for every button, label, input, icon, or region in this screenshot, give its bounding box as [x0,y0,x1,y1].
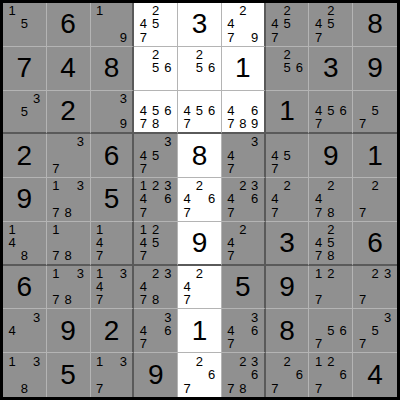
candidate-9 [381,337,394,350]
candidate-3 [206,267,218,280]
cell-r6c7[interactable]: 3 [266,222,310,266]
candidate-9 [206,117,218,130]
candidates: 12457 [137,223,174,262]
candidate-9 [162,206,174,219]
cell-value: 2 [60,97,76,125]
cell-r1c6[interactable]: 2479 [222,3,266,47]
candidate-6 [337,236,349,249]
candidate-9 [31,118,43,131]
candidate-5: 5 [281,61,293,74]
candidates: 4567 [181,92,218,131]
candidate-1: 1 [94,267,106,280]
candidate-7 [269,74,281,87]
candidate-8: 8 [150,293,162,306]
cell-r8c5[interactable]: 1 [178,309,222,353]
candidate-1: 1 [6,4,18,17]
cell-r3c2[interactable]: 2 [47,91,91,135]
cell-r8c1[interactable]: 34 [3,309,47,353]
candidate-5 [18,324,30,337]
candidates: 256 [181,48,218,88]
cell-r1c3[interactable]: 19 [91,3,135,47]
candidate-5 [237,368,249,382]
candidate-9 [381,293,394,306]
cell-r3c8[interactable]: 4567 [309,91,353,135]
candidate-8 [369,117,382,130]
candidate-2 [62,223,74,236]
candidate-5 [62,280,74,293]
candidate-7: 7 [137,337,149,350]
cell-r5c8[interactable]: 2478 [309,178,353,222]
candidate-1 [50,135,62,148]
candidate-7: 7 [181,206,193,219]
candidate-5 [18,236,30,249]
cell-value: 2 [17,142,33,170]
candidate-2: 2 [237,223,249,236]
candidate-9 [162,74,174,87]
candidate-5: 5 [281,17,293,30]
cell-r7c9[interactable]: 237 [353,266,397,310]
candidate-1 [356,267,369,280]
candidate-4 [356,280,369,293]
cell-r7c1[interactable]: 6 [3,266,47,310]
candidate-4: 4 [181,280,193,293]
candidate-2 [237,92,249,105]
candidate-2: 2 [281,48,293,61]
cell-r9c4[interactable]: 9 [134,353,178,397]
candidate-1 [6,92,18,105]
cell-r6c2[interactable]: 178 [47,222,91,266]
candidate-9 [249,206,261,219]
cell-r7c4[interactable]: 23478 [134,266,178,310]
candidate-9 [249,249,261,262]
candidate-2 [62,179,74,192]
candidates: 23678 [225,354,261,395]
candidates: 3457 [137,135,174,175]
candidate-1 [181,267,193,280]
candidates: 3467 [137,310,174,350]
candidates: 457 [269,135,306,175]
candidate-7: 7 [225,162,237,175]
candidate-2: 2 [193,267,205,280]
candidate-9 [293,381,305,395]
cell-r6c1[interactable]: 148 [3,222,47,266]
candidate-3: 3 [381,267,394,280]
cell-r8c3[interactable]: 2 [91,309,135,353]
candidate-9: 9 [249,31,261,44]
candidate-7: 7 [94,293,106,306]
candidate-6 [117,280,129,293]
candidate-1 [269,135,281,148]
candidate-1: 1 [137,223,149,236]
candidate-8: 8 [325,249,337,262]
candidate-1: 1 [50,267,62,280]
cell-r4c8[interactable]: 9 [309,134,353,178]
cell-r1c5[interactable]: 3 [178,3,222,47]
candidate-2: 2 [150,223,162,236]
candidate-8 [369,293,382,306]
candidate-2: 2 [193,354,205,368]
candidate-4: 4 [312,192,324,205]
cell-r6c9[interactable]: 6 [353,222,397,266]
candidate-5 [62,149,74,162]
cell-r5c9[interactable]: 27 [353,178,397,222]
cell-r4c4[interactable]: 3457 [134,134,178,178]
candidate-4: 4 [137,280,149,293]
cell-r4c7[interactable]: 457 [266,134,310,178]
cell-r7c6[interactable]: 5 [222,266,266,310]
cell-r5c7[interactable]: 247 [266,178,310,222]
candidate-9 [162,293,174,306]
candidates: 267 [181,354,218,395]
candidate-7: 7 [356,337,369,350]
cell-r4c2[interactable]: 37 [47,134,91,178]
cell-r3c1[interactable]: 35 [3,91,47,135]
candidate-2: 2 [150,48,162,61]
cell-r5c1[interactable]: 9 [3,178,47,222]
candidate-8 [237,249,249,262]
cell-r3c5[interactable]: 4567 [178,91,222,135]
cell-r6c6[interactable]: 247 [222,222,266,266]
candidate-3: 3 [117,92,129,105]
cell-r7c7[interactable]: 9 [266,266,310,310]
candidate-1 [225,135,237,148]
candidate-4: 4 [225,324,237,337]
candidates: 1267 [312,354,349,395]
candidate-7: 7 [312,249,324,262]
cell-r1c9[interactable]: 8 [353,3,397,47]
candidate-7: 7 [356,206,369,219]
candidate-7: 7 [94,249,106,262]
candidates: 347 [225,135,261,175]
candidate-5: 5 [150,149,162,162]
candidate-9 [117,249,129,262]
cell-r9c6[interactable]: 23678 [222,353,266,397]
candidate-1 [312,223,324,236]
candidate-5 [237,324,249,337]
candidate-2: 2 [369,267,382,280]
candidate-7: 7 [181,381,193,395]
candidate-6 [293,17,305,30]
candidate-3: 3 [162,267,174,280]
cell-r2c9[interactable]: 9 [353,47,397,91]
cell-r5c2[interactable]: 1378 [47,178,91,222]
candidate-1 [269,48,281,61]
cell-r9c5[interactable]: 267 [178,353,222,397]
candidate-6 [74,280,86,293]
candidate-9 [162,162,174,175]
candidates: 357 [356,310,394,350]
candidate-6: 6 [293,61,305,74]
candidate-5: 5 [193,104,205,117]
candidate-2 [105,92,117,105]
candidate-4: 4 [312,17,324,30]
candidate-4 [50,280,62,293]
candidate-1: 1 [312,354,324,368]
cell-r6c4[interactable]: 12457 [134,222,178,266]
candidate-9 [337,293,349,306]
candidate-6: 6 [293,368,305,382]
candidate-1 [137,135,149,148]
candidates: 37 [50,135,87,175]
candidate-7 [6,118,18,131]
candidate-8 [150,162,162,175]
candidate-9: 9 [117,31,129,44]
candidate-8 [150,337,162,350]
cell-r2c4[interactable]: 256 [134,47,178,91]
cell-r8c7[interactable]: 8 [266,309,310,353]
cell-r5c6[interactable]: 23467 [222,178,266,222]
candidates: 138 [6,354,43,395]
candidate-8 [105,293,117,306]
candidate-4: 4 [137,324,149,337]
cell-r4c9[interactable]: 1 [353,134,397,178]
candidate-8 [193,381,205,395]
candidate-9 [337,117,349,130]
candidate-8 [18,31,30,44]
candidate-5 [369,280,382,293]
candidates: 46789 [225,92,261,131]
candidate-6 [162,149,174,162]
candidate-5 [237,192,249,205]
candidate-6: 6 [162,61,174,74]
candidate-7 [94,117,106,130]
candidate-1 [312,310,324,323]
candidate-1 [356,310,369,323]
candidate-3: 3 [74,267,86,280]
cell-value: 6 [60,10,76,38]
cell-r4c5[interactable]: 8 [178,134,222,178]
candidate-6 [249,149,261,162]
cell-value: 1 [279,97,295,125]
candidate-6 [249,17,261,30]
candidate-5: 5 [325,104,337,117]
candidates: 148 [6,223,43,262]
candidate-2: 2 [325,223,337,236]
cell-r9c7[interactable]: 267 [266,353,310,397]
candidate-2: 2 [325,354,337,368]
cell-r9c8[interactable]: 1267 [309,353,353,397]
candidate-6 [293,192,305,205]
candidate-4 [312,324,324,337]
cell-r5c5[interactable]: 2467 [178,178,222,222]
candidate-9 [162,337,174,350]
cell-r9c9[interactable]: 4 [353,353,397,397]
candidate-2 [18,354,30,368]
cell-r7c2[interactable]: 1378 [47,266,91,310]
cell-r7c5[interactable]: 247 [178,266,222,310]
candidate-7: 7 [50,293,62,306]
cell-r2c2[interactable]: 4 [47,47,91,91]
candidate-1 [269,179,281,192]
candidate-4: 4 [137,192,149,205]
candidate-6: 6 [206,192,218,205]
candidates: 27 [356,179,394,219]
candidate-1 [225,179,237,192]
candidate-9 [31,381,43,395]
candidate-6: 6 [162,192,174,205]
candidate-2 [369,310,382,323]
cell-r3c6[interactable]: 46789 [222,91,266,135]
candidate-1 [137,4,149,17]
candidate-8 [281,31,293,44]
candidate-8 [369,337,382,350]
candidate-4 [50,236,62,249]
cell-r6c8[interactable]: 24578 [309,222,353,266]
candidate-2: 2 [281,4,293,17]
candidate-3: 3 [31,92,43,105]
cell-r7c3[interactable]: 1347 [91,266,135,310]
candidate-3 [162,4,174,17]
candidate-8 [193,74,205,87]
candidate-4: 4 [137,149,149,162]
candidate-5: 5 [281,149,293,162]
cell-value: 8 [367,10,383,38]
cell-r6c5[interactable]: 9 [178,222,222,266]
candidate-8 [325,337,337,350]
candidate-9 [293,31,305,44]
candidate-2: 2 [237,4,249,17]
cell-r5c3[interactable]: 5 [91,178,135,222]
candidate-6 [293,149,305,162]
candidates: 267 [269,354,306,395]
cell-r3c4[interactable]: 45678 [134,91,178,135]
candidate-8 [150,249,162,262]
cell-r2c5[interactable]: 256 [178,47,222,91]
cell-r2c6[interactable]: 1 [222,47,266,91]
cell-value: 9 [17,185,33,213]
candidate-5: 5 [150,61,162,74]
candidate-2: 2 [369,179,382,192]
candidate-2 [150,310,162,323]
candidate-3 [162,48,174,61]
cell-r9c1[interactable]: 138 [3,353,47,397]
cell-r1c8[interactable]: 2457 [309,3,353,47]
candidate-5 [193,368,205,382]
cell-value: 9 [60,317,76,345]
cell-r4c1[interactable]: 2 [3,134,47,178]
candidate-3: 3 [249,354,261,368]
candidate-2 [105,354,117,368]
candidate-8 [105,31,117,44]
candidate-3: 3 [74,135,86,148]
candidate-5 [105,236,117,249]
candidate-7: 7 [225,381,237,395]
cell-r1c1[interactable]: 15 [3,3,47,47]
candidates: 2457 [312,4,349,44]
cell-r2c7[interactable]: 256 [266,47,310,91]
candidate-1 [137,267,149,280]
candidates: 1378 [50,267,87,307]
candidate-5: 5 [18,105,30,118]
cell-r8c9[interactable]: 357 [353,309,397,353]
candidate-3 [337,4,349,17]
candidates: 256 [137,48,174,88]
cell-r8c8[interactable]: 567 [309,309,353,353]
candidate-2: 2 [193,48,205,61]
candidate-8: 8 [150,117,162,130]
candidate-4: 4 [181,192,193,205]
candidate-5 [325,280,337,293]
candidates: 2479 [225,4,261,44]
candidate-8 [281,162,293,175]
cell-r6c3[interactable]: 147 [91,222,135,266]
cell-r9c3[interactable]: 137 [91,353,135,397]
candidate-4 [356,192,369,205]
candidate-7 [137,74,149,87]
candidate-2 [18,92,30,105]
cell-r1c2[interactable]: 6 [47,3,91,47]
candidates: 57 [356,92,394,131]
cell-r3c7[interactable]: 1 [266,91,310,135]
candidate-8: 8 [237,381,249,395]
candidate-3 [117,4,129,17]
candidate-3: 3 [381,310,394,323]
candidate-6 [162,236,174,249]
cell-value: 6 [17,273,33,301]
cell-r1c4[interactable]: 2457 [134,3,178,47]
candidate-4: 4 [269,192,281,205]
cell-r2c1[interactable]: 7 [3,47,47,91]
candidate-9 [249,381,261,395]
candidate-9 [381,117,394,130]
candidate-3 [381,179,394,192]
cell-r3c3[interactable]: 39 [91,91,135,135]
candidate-9 [293,74,305,87]
candidates: 35 [6,92,43,131]
cell-r3c9[interactable]: 57 [353,91,397,135]
candidate-5: 5 [325,17,337,30]
candidate-9 [74,162,86,175]
cell-r4c6[interactable]: 347 [222,134,266,178]
cell-r9c2[interactable]: 5 [47,353,91,397]
candidate-4 [50,192,62,205]
cell-r8c6[interactable]: 3467 [222,309,266,353]
candidate-6: 6 [249,368,261,382]
candidate-7: 7 [269,206,281,219]
candidate-4 [6,17,18,30]
candidate-8 [105,381,117,395]
candidate-9 [117,381,129,395]
candidate-5: 5 [150,236,162,249]
candidate-4: 4 [94,280,106,293]
cell-r7c8[interactable]: 127 [309,266,353,310]
cell-value: 5 [235,273,251,301]
cell-r4c3[interactable]: 6 [91,134,135,178]
candidate-1 [356,92,369,105]
candidate-7: 7 [137,293,149,306]
cell-r8c4[interactable]: 3467 [134,309,178,353]
cell-r2c8[interactable]: 3 [309,47,353,91]
candidate-4 [312,368,324,382]
candidate-2 [237,310,249,323]
cell-r8c2[interactable]: 9 [47,309,91,353]
candidate-3 [293,179,305,192]
candidate-4: 4 [137,17,149,30]
candidates: 19 [94,4,130,44]
cell-r2c3[interactable]: 8 [91,47,135,91]
candidate-6 [74,192,86,205]
candidate-6 [337,192,349,205]
cell-value: 2 [104,317,120,345]
cell-r5c4[interactable]: 123467 [134,178,178,222]
candidates: 247 [269,179,306,219]
candidate-1 [6,310,18,323]
candidate-8 [193,117,205,130]
cell-value: 8 [192,142,208,170]
cell-r1c7[interactable]: 2457 [266,3,310,47]
candidate-1 [312,179,324,192]
candidate-7: 7 [312,337,324,350]
